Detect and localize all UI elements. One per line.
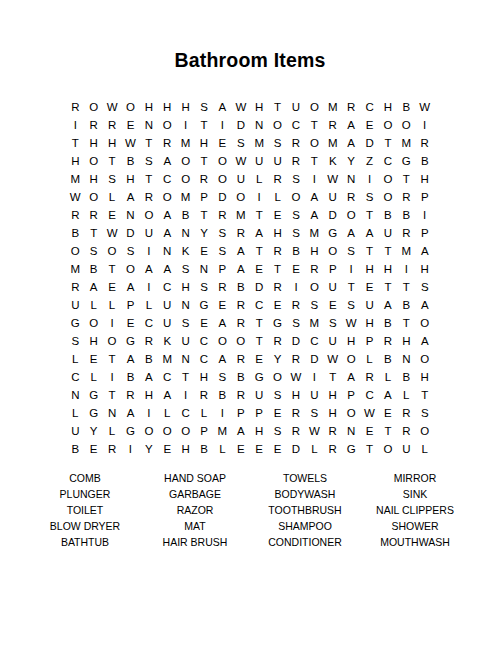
grid-cell: W <box>287 368 305 386</box>
grid-cell: G <box>397 152 415 170</box>
grid-cell: R <box>287 422 305 440</box>
grid-cell: L <box>140 296 158 314</box>
grid-cell: H <box>250 98 268 116</box>
grid-cell: U <box>66 296 84 314</box>
grid-cell: R <box>213 278 231 296</box>
grid-cell: I <box>213 116 231 134</box>
grid-cell: T <box>360 206 378 224</box>
grid-cell: B <box>232 278 250 296</box>
grid-cell: T <box>379 422 397 440</box>
grid-cell: R <box>287 404 305 422</box>
grid-cell: T <box>305 152 323 170</box>
grid-cell: A <box>140 368 158 386</box>
grid-cell: O <box>305 98 323 116</box>
grid-cell: U <box>250 386 268 404</box>
grid-cell: O <box>213 152 231 170</box>
puzzle-page: Bathroom Items ROWOHHHSAWHTUOMRCHBWIRREN… <box>0 0 500 647</box>
grid-cell: S <box>213 224 231 242</box>
grid-cell: A <box>232 242 250 260</box>
grid-cell: E <box>250 440 268 458</box>
grid-cell: W <box>232 152 250 170</box>
word-list-item: HAIR BRUSH <box>140 534 250 550</box>
grid-cell: A <box>158 152 176 170</box>
grid-cell: A <box>250 224 268 242</box>
grid-cell: H <box>250 422 268 440</box>
grid-cell: I <box>305 368 323 386</box>
grid-cell: S <box>268 386 286 404</box>
grid-cell: M <box>158 350 176 368</box>
word-list-item: MOUTHWASH <box>360 534 470 550</box>
grid-cell: O <box>84 188 102 206</box>
grid-cell: P <box>232 404 250 422</box>
grid-cell: B <box>397 206 415 224</box>
grid-cell: H <box>324 386 342 404</box>
grid-cell: T <box>397 170 415 188</box>
grid-cell: T <box>268 98 286 116</box>
grid-cell: A <box>342 134 360 152</box>
grid-cell: T <box>103 350 121 368</box>
grid-cell: B <box>379 206 397 224</box>
grid-cell: G <box>121 422 139 440</box>
grid-cell: P <box>195 422 213 440</box>
grid-cell: L <box>305 440 323 458</box>
grid-cell: N <box>397 350 415 368</box>
grid-cell: N <box>250 116 268 134</box>
grid-cell: H <box>84 134 102 152</box>
grid-cell: M <box>305 224 323 242</box>
grid-cell: R <box>232 296 250 314</box>
grid-cell: A <box>213 98 231 116</box>
grid-cell: S <box>213 368 231 386</box>
grid-cell: I <box>103 368 121 386</box>
grid-cell: O <box>84 314 102 332</box>
grid-cell: R <box>268 332 286 350</box>
grid-cell: S <box>287 314 305 332</box>
grid-cell: H <box>342 332 360 350</box>
grid-cell: O <box>287 188 305 206</box>
grid-cell: T <box>250 332 268 350</box>
grid-cell: L <box>66 404 84 422</box>
grid-cell: A <box>213 350 231 368</box>
grid-cell: T <box>66 134 84 152</box>
grid-cell: H <box>324 404 342 422</box>
grid-cell: C <box>66 368 84 386</box>
grid-cell: S <box>195 98 213 116</box>
grid-cell: U <box>379 224 397 242</box>
grid-cell: T <box>84 224 102 242</box>
grid-cell: P <box>213 260 231 278</box>
grid-cell: L <box>84 296 102 314</box>
grid-cell: Z <box>360 152 378 170</box>
grid-cell: L <box>379 368 397 386</box>
grid-cell: A <box>158 386 176 404</box>
grid-cell: G <box>84 386 102 404</box>
grid-cell: W <box>360 404 378 422</box>
grid-cell: M <box>250 134 268 152</box>
grid-cell: T <box>140 170 158 188</box>
grid-cell: R <box>324 116 342 134</box>
grid-cell: Y <box>84 422 102 440</box>
grid-cell: G <box>66 314 84 332</box>
grid-cell: S <box>121 242 139 260</box>
grid-cell: R <box>66 98 84 116</box>
grid-cell: O <box>268 116 286 134</box>
grid-cell: N <box>176 296 194 314</box>
grid-cell: E <box>213 296 231 314</box>
grid-cell: H <box>121 170 139 188</box>
grid-cell: E <box>268 296 286 314</box>
grid-cell: A <box>416 242 434 260</box>
grid-cell: N <box>342 170 360 188</box>
grid-cell: G <box>268 314 286 332</box>
grid-cell: R <box>287 296 305 314</box>
grid-cell: T <box>140 134 158 152</box>
word-list-item: SHOWER <box>360 518 470 534</box>
grid-cell: T <box>250 314 268 332</box>
grid-cell: O <box>397 116 415 134</box>
grid-cell: B <box>140 350 158 368</box>
grid-cell: H <box>195 368 213 386</box>
grid-cell: E <box>84 350 102 368</box>
grid-cell: A <box>158 206 176 224</box>
grid-cell: P <box>342 386 360 404</box>
grid-cell: A <box>121 404 139 422</box>
grid-cell: O <box>176 170 194 188</box>
grid-cell: Y <box>342 152 360 170</box>
word-list-item: TOILET <box>30 502 140 518</box>
grid-cell: P <box>416 188 434 206</box>
grid-cell: T <box>416 386 434 404</box>
grid-cell: O <box>158 422 176 440</box>
grid-cell: H <box>268 224 286 242</box>
grid-cell: I <box>176 116 194 134</box>
word-list-item: HAND SOAP <box>140 470 250 486</box>
grid-cell: H <box>360 260 378 278</box>
grid-cell: S <box>176 314 194 332</box>
grid-cell: I <box>213 404 231 422</box>
grid-cell: S <box>103 170 121 188</box>
grid-cell: E <box>84 440 102 458</box>
grid-cell: S <box>287 206 305 224</box>
grid-cell: S <box>66 332 84 350</box>
grid-cell: T <box>379 242 397 260</box>
grid-cell: O <box>103 332 121 350</box>
grid-cell: R <box>195 170 213 188</box>
grid-cell: R <box>305 260 323 278</box>
word-list-item: MAT <box>140 518 250 534</box>
word-list-item: SHAMPOO <box>250 518 360 534</box>
grid-cell: M <box>176 188 194 206</box>
grid-cell: T <box>250 242 268 260</box>
grid-cell: H <box>195 134 213 152</box>
grid-cell: R <box>84 116 102 134</box>
grid-cell: H <box>84 170 102 188</box>
grid-cell: I <box>416 116 434 134</box>
grid-cell: E <box>158 440 176 458</box>
word-list-item: MIRROR <box>360 470 470 486</box>
grid-cell: C <box>250 296 268 314</box>
grid-cell: T <box>324 368 342 386</box>
grid-cell: M <box>66 260 84 278</box>
grid-cell: I <box>121 440 139 458</box>
grid-cell: A <box>232 260 250 278</box>
grid-cell: L <box>158 404 176 422</box>
grid-cell: T <box>360 242 378 260</box>
grid-cell: R <box>287 350 305 368</box>
grid-cell: P <box>250 404 268 422</box>
grid-cell: S <box>305 296 323 314</box>
word-list-item: BODYWASH <box>250 486 360 502</box>
grid-cell: I <box>103 314 121 332</box>
grid-cell: M <box>213 422 231 440</box>
grid-cell: U <box>158 296 176 314</box>
grid-cell: B <box>84 260 102 278</box>
grid-cell: D <box>287 332 305 350</box>
grid-cell: E <box>268 440 286 458</box>
grid-cell: O <box>379 116 397 134</box>
grid-cell: W <box>121 134 139 152</box>
grid-cell: I <box>305 170 323 188</box>
grid-cell: H <box>379 98 397 116</box>
grid-cell: L <box>66 350 84 368</box>
grid-cell: R <box>84 206 102 224</box>
grid-cell: A <box>416 332 434 350</box>
grid-cell: L <box>250 170 268 188</box>
grid-cell: U <box>176 332 194 350</box>
grid-cell: G <box>342 440 360 458</box>
grid-cell: U <box>360 296 378 314</box>
word-list-item: COMB <box>30 470 140 486</box>
grid-cell: L <box>103 296 121 314</box>
grid-cell: W <box>103 98 121 116</box>
grid-cell: T <box>305 116 323 134</box>
grid-cell: E <box>360 116 378 134</box>
grid-cell: S <box>287 170 305 188</box>
grid-cell: N <box>342 422 360 440</box>
grid-cell: R <box>103 440 121 458</box>
grid-cell: I <box>176 386 194 404</box>
grid-cell: C <box>158 170 176 188</box>
word-list-item: BATHTUB <box>30 534 140 550</box>
grid-cell: B <box>379 314 397 332</box>
grid-cell: W <box>342 314 360 332</box>
grid-cell: R <box>397 422 415 440</box>
grid-cell: T <box>360 440 378 458</box>
grid-cell: H <box>103 134 121 152</box>
grid-cell: O <box>158 116 176 134</box>
grid-cell: H <box>84 332 102 350</box>
grid-cell: R <box>66 278 84 296</box>
grid-cell: W <box>305 422 323 440</box>
word-list-item: TOWELS <box>250 470 360 486</box>
grid-cell: O <box>268 368 286 386</box>
grid-cell: R <box>342 98 360 116</box>
grid-cell: E <box>360 278 378 296</box>
grid-cell: R <box>268 278 286 296</box>
grid-cell: U <box>268 152 286 170</box>
grid-cell: H <box>416 170 434 188</box>
grid-cell: R <box>397 404 415 422</box>
grid-cell: W <box>232 98 250 116</box>
grid-cell: B <box>397 98 415 116</box>
grid-cell: E <box>250 350 268 368</box>
grid-cell: H <box>176 278 194 296</box>
grid-cell: O <box>416 422 434 440</box>
grid-cell: R <box>397 188 415 206</box>
grid-cell: T <box>379 134 397 152</box>
grid-cell: B <box>379 350 397 368</box>
grid-cell: D <box>360 134 378 152</box>
grid-cell: Y <box>140 440 158 458</box>
grid-cell: B <box>213 386 231 404</box>
grid-cell: C <box>176 404 194 422</box>
grid-cell: B <box>232 368 250 386</box>
grid-cell: A <box>342 368 360 386</box>
grid-cell: G <box>324 224 342 242</box>
grid-cell: T <box>103 152 121 170</box>
grid-cell: S <box>213 242 231 260</box>
grid-cell: L <box>397 386 415 404</box>
grid-cell: D <box>324 206 342 224</box>
grid-cell: E <box>250 260 268 278</box>
grid-cell: E <box>287 260 305 278</box>
grid-cell: L <box>103 188 121 206</box>
grid-cell: P <box>121 296 139 314</box>
grid-cell: U <box>324 278 342 296</box>
grid-cell: M <box>397 134 415 152</box>
grid-cell: R <box>195 386 213 404</box>
grid-cell: U <box>305 386 323 404</box>
grid-cell: O <box>379 188 397 206</box>
grid-cell: S <box>176 260 194 278</box>
grid-cell: U <box>66 422 84 440</box>
grid-cell: G <box>250 368 268 386</box>
grid-cell: R <box>397 224 415 242</box>
grid-cell: T <box>195 116 213 134</box>
letter-grid: ROWOHHHSAWHTUOMRCHBWIRRENOITIDNOCTRAEOOI… <box>66 98 434 458</box>
grid-cell: E <box>324 296 342 314</box>
grid-cell: E <box>195 314 213 332</box>
grid-cell: L <box>195 404 213 422</box>
grid-cell: O <box>416 314 434 332</box>
grid-cell: E <box>268 404 286 422</box>
grid-cell: A <box>416 296 434 314</box>
grid-cell: E <box>213 134 231 152</box>
grid-cell: B <box>397 296 415 314</box>
grid-cell: O <box>176 422 194 440</box>
grid-cell: W <box>324 350 342 368</box>
grid-cell: L <box>268 188 286 206</box>
grid-cell: A <box>140 260 158 278</box>
grid-cell: K <box>158 332 176 350</box>
grid-cell: E <box>195 242 213 260</box>
grid-cell: U <box>232 170 250 188</box>
grid-cell: O <box>140 422 158 440</box>
grid-cell: E <box>268 206 286 224</box>
grid-cell: W <box>416 98 434 116</box>
grid-cell: D <box>121 224 139 242</box>
grid-cell: B <box>397 368 415 386</box>
puzzle-title: Bathroom Items <box>0 0 500 71</box>
grid-cell: N <box>140 116 158 134</box>
grid-cell: L <box>360 350 378 368</box>
grid-cell: U <box>158 314 176 332</box>
grid-cell: A <box>232 422 250 440</box>
grid-cell: A <box>121 278 139 296</box>
word-list-item: NAIL CLIPPERS <box>360 502 470 518</box>
grid-cell: H <box>158 98 176 116</box>
grid-cell: E <box>379 404 397 422</box>
grid-cell: C <box>195 332 213 350</box>
grid-cell: M <box>305 314 323 332</box>
grid-cell: O <box>66 242 84 260</box>
grid-cell: O <box>84 98 102 116</box>
grid-cell: T <box>342 278 360 296</box>
grid-cell: R <box>416 134 434 152</box>
grid-cell: T <box>103 386 121 404</box>
grid-cell: S <box>324 314 342 332</box>
word-list-item: CONDITIONER <box>250 534 360 550</box>
grid-cell: H <box>416 368 434 386</box>
grid-cell: O <box>213 332 231 350</box>
grid-cell: L <box>84 368 102 386</box>
grid-cell: G <box>195 296 213 314</box>
grid-cell: S <box>342 296 360 314</box>
grid-cell: R <box>324 440 342 458</box>
grid-cell: R <box>140 332 158 350</box>
grid-cell: U <box>250 152 268 170</box>
grid-cell: H <box>176 98 194 116</box>
grid-cell: P <box>324 260 342 278</box>
grid-cell: N <box>195 260 213 278</box>
grid-cell: E <box>121 314 139 332</box>
grid-cell: R <box>232 386 250 404</box>
grid-cell: N <box>121 206 139 224</box>
grid-cell: B <box>66 224 84 242</box>
grid-cell: H <box>176 440 194 458</box>
grid-cell: E <box>103 278 121 296</box>
grid-cell: B <box>66 440 84 458</box>
grid-cell: K <box>324 152 342 170</box>
grid-cell: S <box>305 404 323 422</box>
grid-cell: E <box>360 422 378 440</box>
grid-cell: W <box>103 224 121 242</box>
grid-cell: P <box>195 188 213 206</box>
grid-cell: M <box>232 206 250 224</box>
grid-cell: O <box>324 242 342 260</box>
grid-cell: T <box>176 368 194 386</box>
grid-cell: H <box>416 260 434 278</box>
grid-cell: A <box>121 350 139 368</box>
grid-cell: I <box>360 170 378 188</box>
grid-cell: E <box>121 116 139 134</box>
grid-cell: D <box>250 278 268 296</box>
grid-cell: O <box>121 260 139 278</box>
grid-cell: O <box>103 242 121 260</box>
grid-cell: O <box>379 170 397 188</box>
grid-cell: R <box>103 116 121 134</box>
grid-cell: U <box>324 332 342 350</box>
grid-cell: A <box>213 314 231 332</box>
grid-cell: C <box>360 98 378 116</box>
word-list-item: TOOTHBRUSH <box>250 502 360 518</box>
grid-cell: I <box>140 242 158 260</box>
grid-cell: D <box>232 116 250 134</box>
grid-cell: R <box>360 368 378 386</box>
word-list-item: BLOW DRYER <box>30 518 140 534</box>
grid-cell: R <box>232 314 250 332</box>
grid-cell: R <box>379 332 397 350</box>
